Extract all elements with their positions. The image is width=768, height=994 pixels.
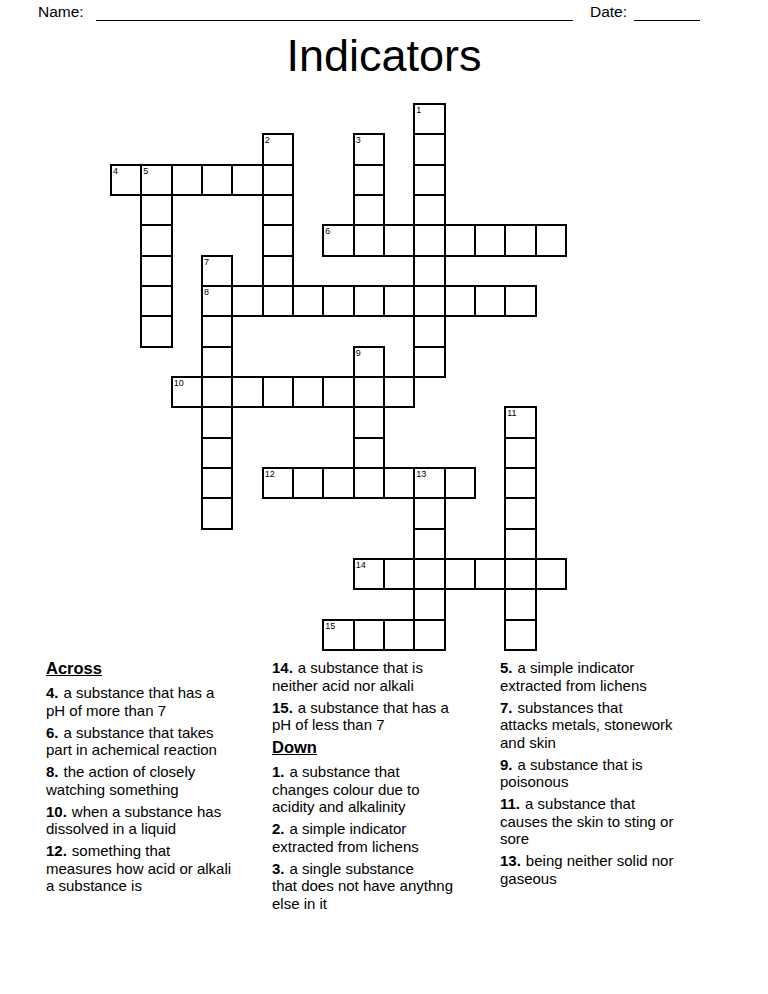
grid-cell-r8c10[interactable] (413, 346, 445, 378)
clue-number-11: 11 (507, 408, 516, 419)
clue-number-label: 13. (500, 852, 521, 869)
grid-cell-r17c8[interactable] (353, 619, 385, 651)
grid-cell-r8c3[interactable] (201, 346, 233, 378)
grid-cell-r4c12[interactable] (474, 224, 506, 256)
down-heading: Down (272, 738, 492, 757)
grid-cell-r4c11[interactable] (444, 224, 476, 256)
grid-cell-r6c9[interactable] (383, 285, 415, 317)
grid-cell-r15c10[interactable] (413, 558, 445, 590)
grid-cell-r11c8[interactable] (353, 437, 385, 469)
grid-cell-r5c5[interactable] (262, 255, 294, 287)
grid-cell-r9c5[interactable] (262, 376, 294, 408)
clue-number-15: 15 (325, 621, 335, 632)
grid-cell-r6c7[interactable] (322, 285, 354, 317)
grid-cell-r1c10[interactable] (413, 133, 445, 165)
clue-down-13: 13.being neither solid nor gaseous (500, 852, 730, 887)
clue-number-4: 4 (113, 166, 118, 177)
grid-cell-r3c10[interactable] (413, 194, 445, 226)
clue-number-label: 14. (272, 659, 293, 676)
grid-cell-r9c9[interactable] (383, 376, 415, 408)
grid-cell-r6c8[interactable] (353, 285, 385, 317)
grid-cell-r13c3[interactable] (201, 497, 233, 529)
grid-cell-r12c6[interactable] (292, 467, 324, 499)
grid-cell-r2c1[interactable]: 5 (140, 164, 172, 196)
grid-cell-r7c10[interactable] (413, 315, 445, 347)
clue-number-8: 8 (204, 287, 209, 298)
grid-cell-r6c1[interactable] (140, 285, 172, 317)
grid-cell-r15c13[interactable] (504, 558, 536, 590)
grid-cell-r11c13[interactable] (504, 437, 536, 469)
clue-column-1: Across4.a substance that has a pH of mor… (46, 659, 276, 899)
grid-cell-r2c0[interactable]: 4 (110, 164, 142, 196)
clue-across-14: 14.a substance that is neither acid nor … (272, 659, 492, 694)
grid-cell-r3c5[interactable] (262, 194, 294, 226)
grid-cell-r9c7[interactable] (322, 376, 354, 408)
grid-cell-r4c9[interactable] (383, 224, 415, 256)
clue-number-9: 9 (356, 348, 361, 359)
clue-number-3: 3 (356, 135, 361, 146)
clue-number-13: 13 (416, 469, 426, 480)
grid-cell-r4c14[interactable] (535, 224, 567, 256)
grid-cell-r7c1[interactable] (140, 315, 172, 347)
grid-cell-r12c3[interactable] (201, 467, 233, 499)
clue-number-12: 12 (265, 469, 275, 480)
clue-across-4: 4.a substance that has a pH of more than… (46, 684, 276, 719)
grid-cell-r6c10[interactable] (413, 285, 445, 317)
grid-cell-r2c3[interactable] (201, 164, 233, 196)
grid-cell-r14c10[interactable] (413, 528, 445, 560)
grid-cell-r17c10[interactable] (413, 619, 445, 651)
grid-cell-r10c13[interactable]: 11 (504, 406, 536, 438)
clue-across-15: 15.a substance that has a pH of less tha… (272, 699, 492, 734)
grid-cell-r1c8[interactable]: 3 (353, 133, 385, 165)
grid-cell-r5c1[interactable] (140, 255, 172, 287)
clue-number-label: 2. (272, 820, 285, 837)
grid-cell-r9c3[interactable] (201, 376, 233, 408)
clue-number-7: 7 (204, 257, 209, 268)
grid-cell-r6c12[interactable] (474, 285, 506, 317)
grid-cell-r13c13[interactable] (504, 497, 536, 529)
clue-down-1: 1.a substance that changes colour due to… (272, 763, 492, 816)
name-blank-line[interactable] (96, 4, 573, 21)
clue-column-3: 5.a simple indicator extracted from lich… (500, 659, 730, 892)
grid-cell-r2c10[interactable] (413, 164, 445, 196)
clue-down-3: 3.a single substance that does not have … (272, 860, 492, 913)
clue-down-7: 7.substances that attacks metals, stonew… (500, 699, 730, 752)
clue-number-label: 3. (272, 860, 285, 877)
grid-cell-r4c10[interactable] (413, 224, 445, 256)
grid-cell-r0c10[interactable]: 1 (413, 103, 445, 135)
grid-cell-r13c10[interactable] (413, 497, 445, 529)
clue-number-2: 2 (265, 135, 270, 146)
clue-number-label: 6. (46, 724, 59, 741)
clue-number-label: 8. (46, 763, 59, 780)
grid-cell-r6c3[interactable]: 8 (201, 285, 233, 317)
grid-cell-r9c8[interactable] (353, 376, 385, 408)
grid-cell-r15c12[interactable] (474, 558, 506, 590)
clue-number-label: 4. (46, 684, 59, 701)
clue-down-9: 9.a substance that is poisonous (500, 756, 730, 791)
grid-cell-r10c8[interactable] (353, 406, 385, 438)
grid-cell-r12c7[interactable] (322, 467, 354, 499)
grid-cell-r4c1[interactable] (140, 224, 172, 256)
clue-down-5: 5.a simple indicator extracted from lich… (500, 659, 730, 694)
grid-cell-r7c3[interactable] (201, 315, 233, 347)
grid-cell-r6c5[interactable] (262, 285, 294, 317)
clue-across-8: 8.the action of closely watching somethi… (46, 763, 276, 798)
grid-cell-r17c7[interactable]: 15 (322, 619, 354, 651)
clue-number-label: 7. (500, 699, 513, 716)
grid-cell-r16c10[interactable] (413, 588, 445, 620)
grid-cell-r12c8[interactable] (353, 467, 385, 499)
grid-cell-r12c9[interactable] (383, 467, 415, 499)
grid-cell-r10c3[interactable] (201, 406, 233, 438)
name-label: Name: (38, 3, 84, 21)
grid-cell-r14c13[interactable] (504, 528, 536, 560)
clue-number-6: 6 (325, 226, 330, 237)
grid-cell-r16c13[interactable] (504, 588, 536, 620)
clue-number-14: 14 (356, 560, 366, 571)
clue-across-12: 12.something that measures how acid or a… (46, 842, 276, 895)
grid-cell-r6c6[interactable] (292, 285, 324, 317)
grid-cell-r15c8[interactable]: 14 (353, 558, 385, 590)
date-label: Date: (590, 3, 627, 21)
grid-cell-r12c10[interactable]: 13 (413, 467, 445, 499)
grid-cell-r15c11[interactable] (444, 558, 476, 590)
grid-cell-r15c14[interactable] (535, 558, 567, 590)
clue-down-11: 11.a substance that causes the skin to s… (500, 795, 730, 848)
clue-number-label: 9. (500, 756, 513, 773)
clue-across-6: 6.a substance that takes part in achemic… (46, 724, 276, 759)
grid-cell-r9c4[interactable] (231, 376, 263, 408)
grid-cell-r6c13[interactable] (504, 285, 536, 317)
grid-cell-r2c4[interactable] (231, 164, 263, 196)
grid-cell-r12c11[interactable] (444, 467, 476, 499)
clue-number-label: 12. (46, 842, 67, 859)
grid-cell-r8c8[interactable]: 9 (353, 346, 385, 378)
grid-cell-r6c4[interactable] (231, 285, 263, 317)
grid-cell-r1c5[interactable]: 2 (262, 133, 294, 165)
grid-cell-r9c2[interactable]: 10 (171, 376, 203, 408)
grid-cell-r2c5[interactable] (262, 164, 294, 196)
clue-across-10: 10.when a substance has dissolved in a l… (46, 803, 276, 838)
grid-cell-r17c9[interactable] (383, 619, 415, 651)
grid-cell-r11c3[interactable] (201, 437, 233, 469)
grid-cell-r6c11[interactable] (444, 285, 476, 317)
grid-cell-r3c8[interactable] (353, 194, 385, 226)
clue-down-2: 2.a simple indicator extracted from lich… (272, 820, 492, 855)
grid-cell-r2c2[interactable] (171, 164, 203, 196)
grid-cell-r12c13[interactable] (504, 467, 536, 499)
clue-number-label: 1. (272, 763, 285, 780)
grid-cell-r4c7[interactable]: 6 (322, 224, 354, 256)
clue-number-5: 5 (143, 166, 148, 177)
clue-number-1: 1 (416, 105, 421, 116)
grid-cell-r17c13[interactable] (504, 619, 536, 651)
clue-column-2: 14.a substance that is neither acid nor … (272, 659, 492, 917)
clue-number-label: 10. (46, 803, 67, 820)
grid-cell-r4c5[interactable] (262, 224, 294, 256)
grid-cell-r12c5[interactable]: 12 (262, 467, 294, 499)
grid-cell-r2c8[interactable] (353, 164, 385, 196)
grid-cell-r15c9[interactable] (383, 558, 415, 590)
grid-cell-r9c6[interactable] (292, 376, 324, 408)
date-blank-line[interactable] (634, 4, 700, 21)
grid-cell-r4c13[interactable] (504, 224, 536, 256)
clue-number-label: 15. (272, 699, 293, 716)
grid-cell-r3c1[interactable] (140, 194, 172, 226)
clue-number-label: 5. (500, 659, 513, 676)
clue-number-label: 11. (500, 795, 520, 812)
grid-cell-r5c3[interactable]: 7 (201, 255, 233, 287)
puzzle-title: Indicators (0, 30, 768, 82)
grid-cell-r4c8[interactable] (353, 224, 385, 256)
clue-number-10: 10 (174, 378, 184, 389)
across-heading: Across (46, 659, 276, 678)
grid-cell-r5c10[interactable] (413, 255, 445, 287)
